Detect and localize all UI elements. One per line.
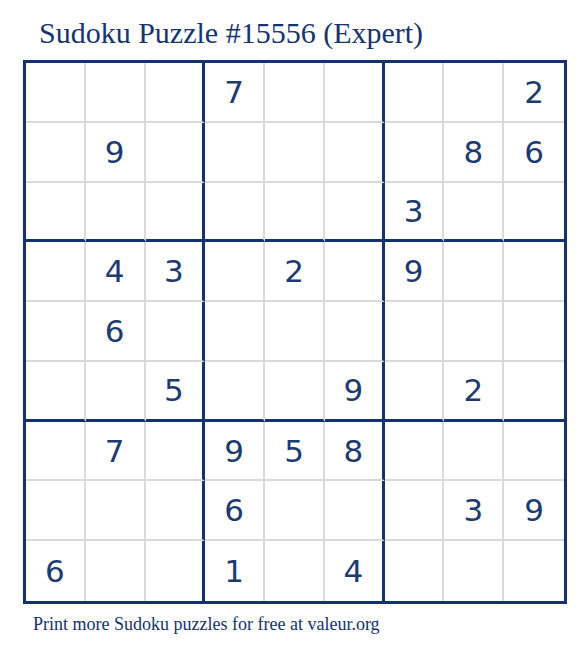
sudoku-cell-r8c2[interactable] [86, 481, 146, 541]
sudoku-cell-r8c8[interactable]: 3 [444, 481, 504, 541]
sudoku-cell-r2c4[interactable] [205, 123, 265, 183]
sudoku-cell-r1c8[interactable] [444, 63, 504, 123]
sudoku-cell-r9c7[interactable] [385, 541, 445, 601]
sudoku-cell-r5c6[interactable] [325, 302, 385, 362]
sudoku-cell-r7c8[interactable] [444, 422, 504, 482]
sudoku-cell-r3c7[interactable]: 3 [385, 183, 445, 243]
sudoku-cell-r6c5[interactable] [265, 362, 325, 422]
sudoku-cell-r8c1[interactable] [26, 481, 86, 541]
sudoku-cell-r4c7[interactable]: 9 [385, 242, 445, 302]
footer-text: Print more Sudoku puzzles for free at va… [33, 614, 380, 635]
sudoku-cell-r6c2[interactable] [86, 362, 146, 422]
sudoku-cell-r6c4[interactable] [205, 362, 265, 422]
page-title: Sudoku Puzzle #15556 (Expert) [39, 16, 423, 49]
sudoku-cell-r2c9[interactable]: 6 [504, 123, 564, 183]
sudoku-cell-r4c4[interactable] [205, 242, 265, 302]
sudoku-cell-r4c6[interactable] [325, 242, 385, 302]
sudoku-cell-r2c2[interactable]: 9 [86, 123, 146, 183]
sudoku-cell-r6c1[interactable] [26, 362, 86, 422]
sudoku-cell-r9c5[interactable] [265, 541, 325, 601]
sudoku-cell-r3c1[interactable] [26, 183, 86, 243]
sudoku-cell-r1c9[interactable]: 2 [504, 63, 564, 123]
sudoku-cell-r1c1[interactable] [26, 63, 86, 123]
sudoku-cell-r4c2[interactable]: 4 [86, 242, 146, 302]
sudoku-cell-r9c6[interactable]: 4 [325, 541, 385, 601]
sudoku-cell-r1c7[interactable] [385, 63, 445, 123]
sudoku-cell-r9c8[interactable] [444, 541, 504, 601]
sudoku-cell-r8c3[interactable] [146, 481, 206, 541]
sudoku-cell-r4c8[interactable] [444, 242, 504, 302]
sudoku-cell-r9c4[interactable]: 1 [205, 541, 265, 601]
sudoku-cell-r6c8[interactable]: 2 [444, 362, 504, 422]
sudoku-cell-r3c5[interactable] [265, 183, 325, 243]
sudoku-cell-r7c5[interactable]: 5 [265, 422, 325, 482]
sudoku-cell-r3c2[interactable] [86, 183, 146, 243]
sudoku-cell-r7c1[interactable] [26, 422, 86, 482]
sudoku-cell-r8c7[interactable] [385, 481, 445, 541]
sudoku-cell-r3c6[interactable] [325, 183, 385, 243]
sudoku-cell-r9c9[interactable] [504, 541, 564, 601]
sudoku-cell-r2c7[interactable] [385, 123, 445, 183]
sudoku-cell-r6c6[interactable]: 9 [325, 362, 385, 422]
sudoku-cell-r7c2[interactable]: 7 [86, 422, 146, 482]
sudoku-cell-r5c3[interactable] [146, 302, 206, 362]
sudoku-cell-r6c7[interactable] [385, 362, 445, 422]
sudoku-cell-r9c1[interactable]: 6 [26, 541, 86, 601]
sudoku-cell-r3c4[interactable] [205, 183, 265, 243]
sudoku-cell-r7c3[interactable] [146, 422, 206, 482]
sudoku-cell-r1c6[interactable] [325, 63, 385, 123]
sudoku-cell-r1c2[interactable] [86, 63, 146, 123]
sudoku-cell-r5c7[interactable] [385, 302, 445, 362]
sudoku-cell-r5c8[interactable] [444, 302, 504, 362]
sudoku-cell-r2c8[interactable]: 8 [444, 123, 504, 183]
sudoku-cell-r8c6[interactable] [325, 481, 385, 541]
sudoku-cell-r7c6[interactable]: 8 [325, 422, 385, 482]
sudoku-cell-r8c4[interactable]: 6 [205, 481, 265, 541]
sudoku-cell-r8c9[interactable]: 9 [504, 481, 564, 541]
sudoku-cell-r7c7[interactable] [385, 422, 445, 482]
sudoku-cell-r5c9[interactable] [504, 302, 564, 362]
sudoku-cell-r8c5[interactable] [265, 481, 325, 541]
sudoku-cell-r4c3[interactable]: 3 [146, 242, 206, 302]
sudoku-cell-r3c9[interactable] [504, 183, 564, 243]
sudoku-cell-r1c4[interactable]: 7 [205, 63, 265, 123]
sudoku-cell-r7c9[interactable] [504, 422, 564, 482]
sudoku-cell-r1c5[interactable] [265, 63, 325, 123]
sudoku-board: 729863432965927958639614 [23, 60, 567, 604]
sudoku-cell-r5c5[interactable] [265, 302, 325, 362]
sudoku-cell-r3c3[interactable] [146, 183, 206, 243]
sudoku-cell-r1c3[interactable] [146, 63, 206, 123]
sudoku-cell-r5c4[interactable] [205, 302, 265, 362]
sudoku-cell-r5c1[interactable] [26, 302, 86, 362]
sudoku-cell-r6c3[interactable]: 5 [146, 362, 206, 422]
sudoku-cell-r4c1[interactable] [26, 242, 86, 302]
sudoku-cell-r9c3[interactable] [146, 541, 206, 601]
sudoku-cell-r4c5[interactable]: 2 [265, 242, 325, 302]
sudoku-cell-r3c8[interactable] [444, 183, 504, 243]
sudoku-cell-r7c4[interactable]: 9 [205, 422, 265, 482]
sudoku-cell-r2c3[interactable] [146, 123, 206, 183]
sudoku-cell-r5c2[interactable]: 6 [86, 302, 146, 362]
sudoku-cell-r4c9[interactable] [504, 242, 564, 302]
sudoku-cell-r2c1[interactable] [26, 123, 86, 183]
sudoku-cell-r2c5[interactable] [265, 123, 325, 183]
sudoku-cell-r6c9[interactable] [504, 362, 564, 422]
sudoku-page: Sudoku Puzzle #15556 (Expert) 7298634329… [0, 0, 580, 651]
sudoku-cell-r9c2[interactable] [86, 541, 146, 601]
sudoku-cell-r2c6[interactable] [325, 123, 385, 183]
